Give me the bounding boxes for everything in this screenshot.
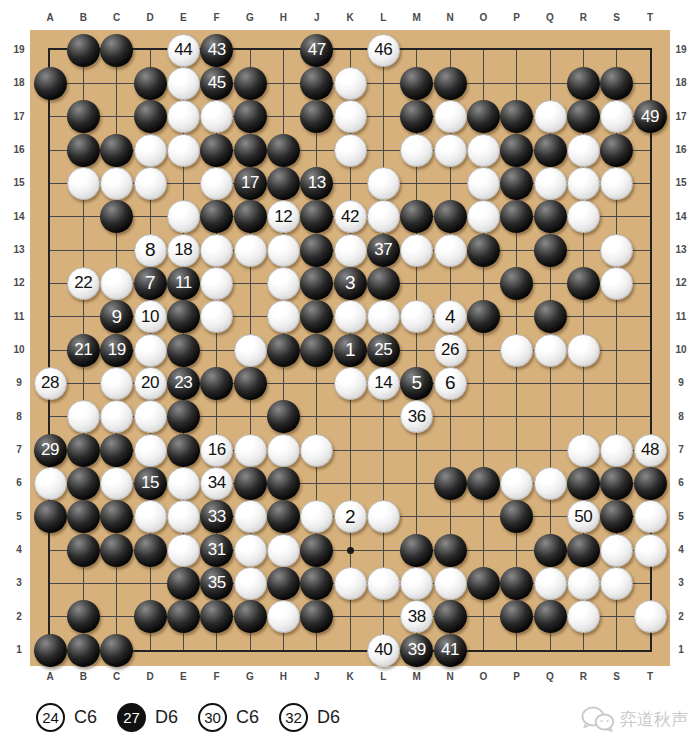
- coord-label-right-12: 12: [671, 277, 691, 289]
- stone-K10[interactable]: 1: [334, 334, 367, 367]
- stone-S15[interactable]: [600, 167, 633, 200]
- move-32-circle: 32: [279, 703, 308, 732]
- stone-O14[interactable]: [467, 200, 500, 233]
- stone-N6[interactable]: [434, 467, 467, 500]
- stone-R2[interactable]: [567, 600, 600, 633]
- go-board[interactable]: AABBCCDDEEFFGGHHJJKKLLMMNNOOPPQQRRSSTT19…: [0, 0, 700, 749]
- stone-L11[interactable]: [367, 300, 400, 333]
- stone-L15[interactable]: [367, 167, 400, 200]
- caption-move-27: 27 D6: [117, 703, 178, 732]
- stone-J3[interactable]: [300, 567, 333, 600]
- stone-D8[interactable]: [134, 400, 167, 433]
- coord-label-bottom-R: R: [573, 671, 593, 683]
- stone-C4[interactable]: [100, 534, 133, 567]
- coord-label-left-18: 18: [9, 77, 29, 89]
- stone-N10[interactable]: 26: [434, 334, 467, 367]
- stone-C6[interactable]: [100, 467, 133, 500]
- stone-L10[interactable]: 25: [367, 334, 400, 367]
- stone-R7[interactable]: [567, 434, 600, 467]
- stone-S3[interactable]: [600, 567, 633, 600]
- stone-B2[interactable]: [67, 600, 100, 633]
- stone-G16[interactable]: [234, 134, 267, 167]
- stone-J10[interactable]: [300, 334, 333, 367]
- coord-label-right-13: 13: [671, 244, 691, 256]
- stone-D4[interactable]: [134, 534, 167, 567]
- stone-B8[interactable]: [67, 400, 100, 433]
- stone-C10[interactable]: 19: [100, 334, 133, 367]
- stone-H4[interactable]: [267, 534, 300, 567]
- coord-label-top-E: E: [173, 12, 193, 24]
- stone-G15[interactable]: 17: [234, 167, 267, 200]
- stone-B5[interactable]: [67, 500, 100, 533]
- stone-H5[interactable]: [267, 500, 300, 533]
- stone-A1[interactable]: [34, 634, 67, 667]
- moves-caption: 24 C6 27 D6 30 C6 32 D6: [36, 701, 360, 733]
- stone-E16[interactable]: [167, 134, 200, 167]
- stone-F15[interactable]: [200, 167, 233, 200]
- stone-M3[interactable]: [400, 567, 433, 600]
- stone-N18[interactable]: [434, 67, 467, 100]
- stone-J18[interactable]: [300, 67, 333, 100]
- stone-T17[interactable]: 49: [634, 100, 667, 133]
- stone-H6[interactable]: [267, 467, 300, 500]
- stone-J19[interactable]: 47: [300, 34, 333, 67]
- stone-B1[interactable]: [67, 634, 100, 667]
- stone-M16[interactable]: [400, 134, 433, 167]
- stone-E3[interactable]: [167, 567, 200, 600]
- stone-N14[interactable]: [434, 200, 467, 233]
- stone-E9[interactable]: 23: [167, 367, 200, 400]
- coord-label-right-6: 6: [671, 477, 691, 489]
- stone-M4[interactable]: [400, 534, 433, 567]
- stone-Q14[interactable]: [534, 200, 567, 233]
- stone-F13[interactable]: [200, 234, 233, 267]
- stone-N17[interactable]: [434, 100, 467, 133]
- stone-H11[interactable]: [267, 300, 300, 333]
- stone-J12[interactable]: [300, 267, 333, 300]
- stone-C15[interactable]: [100, 167, 133, 200]
- stone-O15[interactable]: [467, 167, 500, 200]
- move-32-coord: D6: [317, 707, 340, 728]
- stone-G10[interactable]: [234, 334, 267, 367]
- coord-label-top-R: R: [573, 12, 593, 24]
- stone-B17[interactable]: [67, 100, 100, 133]
- coord-label-top-P: P: [507, 12, 527, 24]
- stone-H16[interactable]: [267, 134, 300, 167]
- stone-S13[interactable]: [600, 234, 633, 267]
- coord-label-right-18: 18: [671, 77, 691, 89]
- stone-S6[interactable]: [600, 467, 633, 500]
- caption-move-24: 24 C6: [36, 703, 97, 732]
- stone-B16[interactable]: [67, 134, 100, 167]
- coord-label-left-11: 11: [9, 311, 29, 323]
- stone-C1[interactable]: [100, 634, 133, 667]
- stone-A6[interactable]: [34, 467, 67, 500]
- stone-Q15[interactable]: [534, 167, 567, 200]
- stone-P16[interactable]: [500, 134, 533, 167]
- stone-B4[interactable]: [67, 534, 100, 567]
- stone-E4[interactable]: [167, 534, 200, 567]
- coord-label-bottom-H: H: [273, 671, 293, 683]
- stone-G3[interactable]: [234, 567, 267, 600]
- coord-label-bottom-T: T: [640, 671, 660, 683]
- stone-L1[interactable]: 40: [367, 634, 400, 667]
- stone-T4[interactable]: [634, 534, 667, 567]
- coord-label-top-M: M: [407, 12, 427, 24]
- watermark-text: 弈道秋声: [620, 708, 688, 731]
- stone-E11[interactable]: [167, 300, 200, 333]
- coord-label-left-6: 6: [9, 477, 29, 489]
- coord-label-bottom-A: A: [40, 671, 60, 683]
- stone-T7[interactable]: 48: [634, 434, 667, 467]
- coord-label-left-1: 1: [9, 644, 29, 656]
- stone-E8[interactable]: [167, 400, 200, 433]
- coord-label-bottom-Q: Q: [540, 671, 560, 683]
- stone-H7[interactable]: [267, 434, 300, 467]
- coord-label-right-14: 14: [671, 211, 691, 223]
- stone-F19[interactable]: 43: [200, 34, 233, 67]
- stone-S7[interactable]: [600, 434, 633, 467]
- stone-T5[interactable]: [634, 500, 667, 533]
- watermark: 弈道秋声: [581, 706, 688, 732]
- stone-D15[interactable]: [134, 167, 167, 200]
- stone-J15[interactable]: 13: [300, 167, 333, 200]
- stone-C16[interactable]: [100, 134, 133, 167]
- stone-K17[interactable]: [334, 100, 367, 133]
- stone-E6[interactable]: [167, 467, 200, 500]
- stone-Q6[interactable]: [534, 467, 567, 500]
- stone-K12[interactable]: 3: [334, 267, 367, 300]
- coord-label-left-10: 10: [9, 344, 29, 356]
- stone-Q10[interactable]: [534, 334, 567, 367]
- stone-M13[interactable]: [400, 234, 433, 267]
- stone-F18[interactable]: 45: [200, 67, 233, 100]
- stone-L5[interactable]: [367, 500, 400, 533]
- move-24-circle: 24: [36, 703, 65, 732]
- coord-label-left-5: 5: [9, 511, 29, 523]
- coord-label-right-3: 3: [671, 577, 691, 589]
- stone-N3[interactable]: [434, 567, 467, 600]
- stone-H10[interactable]: [267, 334, 300, 367]
- stone-E12[interactable]: 11: [167, 267, 200, 300]
- stone-Q2[interactable]: [534, 600, 567, 633]
- stone-D16[interactable]: [134, 134, 167, 167]
- stone-E17[interactable]: [167, 100, 200, 133]
- stone-D9[interactable]: 20: [134, 367, 167, 400]
- stone-R17[interactable]: [567, 100, 600, 133]
- stone-K5[interactable]: 2: [334, 500, 367, 533]
- coord-label-top-T: T: [640, 12, 660, 24]
- stone-L14[interactable]: [367, 200, 400, 233]
- stone-J4[interactable]: [300, 534, 333, 567]
- stone-T2[interactable]: [634, 600, 667, 633]
- stone-B7[interactable]: [67, 434, 100, 467]
- coord-label-right-5: 5: [671, 511, 691, 523]
- coord-label-bottom-D: D: [140, 671, 160, 683]
- stone-D10[interactable]: [134, 334, 167, 367]
- coord-label-top-J: J: [307, 12, 327, 24]
- stone-N13[interactable]: [434, 234, 467, 267]
- stone-O6[interactable]: [467, 467, 500, 500]
- stone-F3[interactable]: 35: [200, 567, 233, 600]
- stone-N2[interactable]: [434, 600, 467, 633]
- stone-C7[interactable]: [100, 434, 133, 467]
- stone-R3[interactable]: [567, 567, 600, 600]
- coord-label-right-2: 2: [671, 611, 691, 623]
- stone-H13[interactable]: [267, 234, 300, 267]
- coord-label-left-17: 17: [9, 111, 29, 123]
- stone-P15[interactable]: [500, 167, 533, 200]
- coord-label-left-12: 12: [9, 277, 29, 289]
- stone-D13[interactable]: 8: [134, 234, 167, 267]
- stone-P12[interactable]: [500, 267, 533, 300]
- stone-H8[interactable]: [267, 400, 300, 433]
- coord-label-bottom-B: B: [73, 671, 93, 683]
- stone-S4[interactable]: [600, 534, 633, 567]
- coord-label-top-Q: Q: [540, 12, 560, 24]
- stone-E14[interactable]: [167, 200, 200, 233]
- stone-H12[interactable]: [267, 267, 300, 300]
- coord-label-right-11: 11: [671, 311, 691, 323]
- stone-A5[interactable]: [34, 500, 67, 533]
- stone-E18[interactable]: [167, 67, 200, 100]
- stone-L3[interactable]: [367, 567, 400, 600]
- stone-O16[interactable]: [467, 134, 500, 167]
- coord-label-top-A: A: [40, 12, 60, 24]
- coord-label-bottom-P: P: [507, 671, 527, 683]
- stone-S12[interactable]: [600, 267, 633, 300]
- coord-label-bottom-M: M: [407, 671, 427, 683]
- stone-C12[interactable]: [100, 267, 133, 300]
- stone-F16[interactable]: [200, 134, 233, 167]
- coord-label-left-9: 9: [9, 377, 29, 389]
- stone-K18[interactable]: [334, 67, 367, 100]
- coord-label-right-1: 1: [671, 644, 691, 656]
- caption-move-30: 30 C6: [198, 703, 259, 732]
- stone-H2[interactable]: [267, 600, 300, 633]
- stone-J7[interactable]: [300, 434, 333, 467]
- stone-O13[interactable]: [467, 234, 500, 267]
- move-27-circle: 27: [117, 703, 146, 732]
- move-30-circle: 30: [198, 703, 227, 732]
- star-point-K4: [347, 547, 354, 554]
- coord-label-top-N: N: [440, 12, 460, 24]
- stone-Q17[interactable]: [534, 100, 567, 133]
- coord-label-left-15: 15: [9, 177, 29, 189]
- coord-label-right-4: 4: [671, 544, 691, 556]
- chat-bubbles-icon: [581, 706, 615, 732]
- stone-M18[interactable]: [400, 67, 433, 100]
- stone-G5[interactable]: [234, 500, 267, 533]
- coord-label-top-O: O: [473, 12, 493, 24]
- stone-P10[interactable]: [500, 334, 533, 367]
- stone-R12[interactable]: [567, 267, 600, 300]
- stone-H3[interactable]: [267, 567, 300, 600]
- coord-label-bottom-O: O: [473, 671, 493, 683]
- stone-F4[interactable]: 31: [200, 534, 233, 567]
- stone-M1[interactable]: 39: [400, 634, 433, 667]
- stone-H15[interactable]: [267, 167, 300, 200]
- stone-K13[interactable]: [334, 234, 367, 267]
- stone-R18[interactable]: [567, 67, 600, 100]
- coord-label-right-9: 9: [671, 377, 691, 389]
- stone-N1[interactable]: 41: [434, 634, 467, 667]
- stone-L9[interactable]: 14: [367, 367, 400, 400]
- coord-label-right-17: 17: [671, 111, 691, 123]
- stone-Q3[interactable]: [534, 567, 567, 600]
- stone-B15[interactable]: [67, 167, 100, 200]
- stone-D2[interactable]: [134, 600, 167, 633]
- coord-label-top-F: F: [207, 12, 227, 24]
- stone-Q13[interactable]: [534, 234, 567, 267]
- stone-C9[interactable]: [100, 367, 133, 400]
- stone-D12[interactable]: 7: [134, 267, 167, 300]
- stone-D18[interactable]: [134, 67, 167, 100]
- stone-K9[interactable]: [334, 367, 367, 400]
- coord-label-top-L: L: [373, 12, 393, 24]
- coord-label-top-H: H: [273, 12, 293, 24]
- stone-E13[interactable]: 18: [167, 234, 200, 267]
- coord-label-left-4: 4: [9, 544, 29, 556]
- stone-Q16[interactable]: [534, 134, 567, 167]
- coord-label-left-3: 3: [9, 577, 29, 589]
- stone-G7[interactable]: [234, 434, 267, 467]
- stone-F6[interactable]: 34: [200, 467, 233, 500]
- stone-R15[interactable]: [567, 167, 600, 200]
- stone-B12[interactable]: 22: [67, 267, 100, 300]
- stone-G2[interactable]: [234, 600, 267, 633]
- stone-O3[interactable]: [467, 567, 500, 600]
- coord-label-bottom-S: S: [607, 671, 627, 683]
- stone-N11[interactable]: 4: [434, 300, 467, 333]
- stone-G6[interactable]: [234, 467, 267, 500]
- stone-D6[interactable]: 15: [134, 467, 167, 500]
- coord-label-left-13: 13: [9, 244, 29, 256]
- coord-label-bottom-G: G: [240, 671, 260, 683]
- coord-label-top-K: K: [340, 12, 360, 24]
- coord-label-left-19: 19: [9, 44, 29, 56]
- stone-E5[interactable]: [167, 500, 200, 533]
- coord-label-right-16: 16: [671, 144, 691, 156]
- coord-label-top-D: D: [140, 12, 160, 24]
- stone-F7[interactable]: 16: [200, 434, 233, 467]
- coord-label-right-19: 19: [671, 44, 691, 56]
- stone-D7[interactable]: [134, 434, 167, 467]
- coord-label-bottom-E: E: [173, 671, 193, 683]
- stone-K16[interactable]: [334, 134, 367, 167]
- stone-F9[interactable]: [200, 367, 233, 400]
- stone-E7[interactable]: [167, 434, 200, 467]
- stone-J13[interactable]: [300, 234, 333, 267]
- coord-label-bottom-F: F: [207, 671, 227, 683]
- move-24-coord: C6: [74, 707, 97, 728]
- coord-label-right-15: 15: [671, 177, 691, 189]
- stone-N9[interactable]: 6: [434, 367, 467, 400]
- stone-Q11[interactable]: [534, 300, 567, 333]
- stone-R6[interactable]: [567, 467, 600, 500]
- coord-label-bottom-K: K: [340, 671, 360, 683]
- stone-N16[interactable]: [434, 134, 467, 167]
- stone-L12[interactable]: [367, 267, 400, 300]
- stone-B10[interactable]: 21: [67, 334, 100, 367]
- stone-R14[interactable]: [567, 200, 600, 233]
- stone-R4[interactable]: [567, 534, 600, 567]
- coord-label-top-S: S: [607, 12, 627, 24]
- move-30-coord: C6: [236, 707, 259, 728]
- stone-O11[interactable]: [467, 300, 500, 333]
- stone-L19[interactable]: 46: [367, 34, 400, 67]
- coord-label-right-10: 10: [671, 344, 691, 356]
- coord-label-left-2: 2: [9, 611, 29, 623]
- stone-M9[interactable]: 5: [400, 367, 433, 400]
- stone-A7[interactable]: 29: [34, 434, 67, 467]
- stone-E10[interactable]: [167, 334, 200, 367]
- stone-N4[interactable]: [434, 534, 467, 567]
- coord-label-top-G: G: [240, 12, 260, 24]
- coord-label-bottom-C: C: [107, 671, 127, 683]
- stone-D17[interactable]: [134, 100, 167, 133]
- stone-R10[interactable]: [567, 334, 600, 367]
- coord-label-bottom-N: N: [440, 671, 460, 683]
- coord-label-left-16: 16: [9, 144, 29, 156]
- stone-K3[interactable]: [334, 567, 367, 600]
- coord-label-top-B: B: [73, 12, 93, 24]
- stone-A18[interactable]: [34, 67, 67, 100]
- coord-label-right-7: 7: [671, 444, 691, 456]
- stone-S16[interactable]: [600, 134, 633, 167]
- stone-C19[interactable]: [100, 34, 133, 67]
- stone-G17[interactable]: [234, 100, 267, 133]
- stone-G13[interactable]: [234, 234, 267, 267]
- stone-A9[interactable]: 28: [34, 367, 67, 400]
- stone-K14[interactable]: 42: [334, 200, 367, 233]
- stone-R5[interactable]: 50: [567, 500, 600, 533]
- coord-label-bottom-J: J: [307, 671, 327, 683]
- coord-label-left-14: 14: [9, 211, 29, 223]
- stone-L13[interactable]: 37: [367, 234, 400, 267]
- stone-G18[interactable]: [234, 67, 267, 100]
- stone-H14[interactable]: 12: [267, 200, 300, 233]
- coord-label-top-C: C: [107, 12, 127, 24]
- stone-F12[interactable]: [200, 267, 233, 300]
- stone-D11[interactable]: 10: [134, 300, 167, 333]
- stone-G9[interactable]: [234, 367, 267, 400]
- stone-P3[interactable]: [500, 567, 533, 600]
- stone-E2[interactable]: [167, 600, 200, 633]
- caption-move-32: 32 D6: [279, 703, 340, 732]
- stone-S18[interactable]: [600, 67, 633, 100]
- stone-K11[interactable]: [334, 300, 367, 333]
- move-27-coord: D6: [155, 707, 178, 728]
- stone-G4[interactable]: [234, 534, 267, 567]
- coord-label-left-8: 8: [9, 411, 29, 423]
- stone-B6[interactable]: [67, 467, 100, 500]
- coord-label-bottom-L: L: [373, 671, 393, 683]
- stone-T6[interactable]: [634, 467, 667, 500]
- stone-P6[interactable]: [500, 467, 533, 500]
- stone-O17[interactable]: [467, 100, 500, 133]
- stone-R16[interactable]: [567, 134, 600, 167]
- stone-G14[interactable]: [234, 200, 267, 233]
- stone-D5[interactable]: [134, 500, 167, 533]
- coord-label-left-7: 7: [9, 444, 29, 456]
- coord-label-right-8: 8: [671, 411, 691, 423]
- stone-Q4[interactable]: [534, 534, 567, 567]
- stone-E19[interactable]: 44: [167, 34, 200, 67]
- stone-B19[interactable]: [67, 34, 100, 67]
